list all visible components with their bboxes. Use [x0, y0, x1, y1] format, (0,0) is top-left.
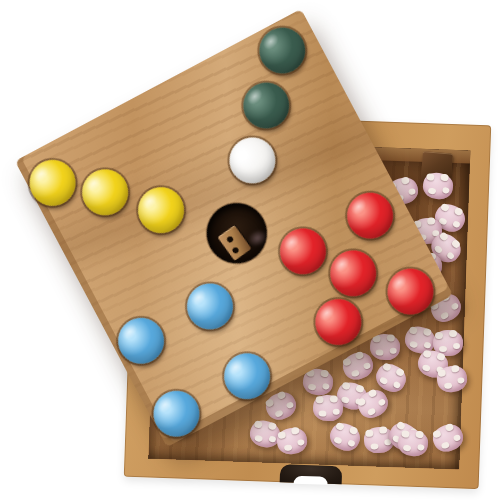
die-pip: [231, 246, 239, 254]
ball-red[interactable]: [272, 220, 334, 282]
ball-yellow[interactable]: [74, 161, 136, 223]
ball-yellow[interactable]: [130, 179, 192, 241]
ball-green[interactable]: [235, 74, 297, 136]
ball-white[interactable]: [221, 129, 283, 191]
wooden-block[interactable]: [420, 151, 453, 184]
ball-red[interactable]: [307, 291, 369, 353]
ball-red[interactable]: [322, 242, 384, 304]
center-pig-hole: [196, 193, 277, 274]
ball-red[interactable]: [339, 185, 401, 247]
ball-yellow[interactable]: [21, 152, 83, 214]
ball-green[interactable]: [251, 19, 313, 81]
die-in-hole[interactable]: [218, 225, 252, 261]
ball-blue[interactable]: [179, 275, 241, 337]
finger-notch-gap: [294, 476, 328, 485]
photo-canvas: [0, 0, 500, 500]
ball-blue[interactable]: [110, 310, 172, 372]
die-pip: [226, 235, 234, 243]
